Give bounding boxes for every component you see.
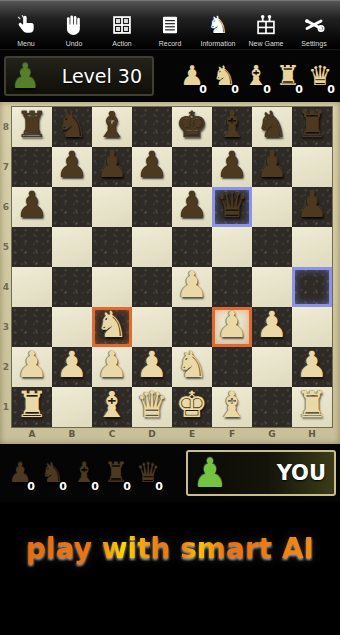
piece-white-pawn: ♟ — [16, 346, 48, 384]
piece-black-queen: ♛ — [216, 186, 248, 224]
piece-black-bishop: ♝ — [96, 106, 128, 144]
square-a3[interactable] — [12, 307, 52, 347]
square-e5[interactable] — [172, 227, 212, 267]
square-d5[interactable] — [132, 227, 172, 267]
piece-white-pawn: ♟ — [56, 346, 88, 384]
piece-black-pawn: ♟ — [16, 186, 48, 224]
hand-cursor-icon — [15, 10, 37, 40]
piece-white-pawn: ♟ — [96, 346, 128, 384]
file-label-h: H — [292, 427, 332, 444]
square-a7[interactable] — [12, 147, 52, 187]
square-c4[interactable] — [92, 267, 132, 307]
square-b2[interactable]: ♟ — [52, 347, 92, 387]
new-game-label: New Game — [248, 40, 283, 47]
square-b4[interactable] — [52, 267, 92, 307]
square-h6[interactable]: ♟ — [292, 187, 332, 227]
rank-labels: 87654321 — [0, 107, 12, 427]
square-c1[interactable]: ♝ — [92, 387, 132, 427]
square-e8[interactable]: ♚ — [172, 107, 212, 147]
square-f4[interactable] — [212, 267, 252, 307]
square-g1[interactable] — [252, 387, 292, 427]
square-h4[interactable] — [292, 267, 332, 307]
hand-palm-icon — [63, 10, 85, 40]
record-label: Record — [159, 40, 182, 47]
rank-label-7: 7 — [0, 147, 12, 187]
square-d3[interactable] — [132, 307, 172, 347]
captured-count: 0 — [199, 83, 207, 96]
square-g4[interactable] — [252, 267, 292, 307]
piece-white-pawn: ♟ — [296, 346, 328, 384]
opponent-level-box: ♟ Level 30 — [4, 56, 154, 96]
captured-count: 0 — [123, 480, 131, 493]
captured-count: 0 — [263, 83, 271, 96]
square-d6[interactable] — [132, 187, 172, 227]
board-squares: ♜♞♝♚♝♞♜♟♟♟♟♟♟♟♛♟♟♞♟♟♟♟♟♟♞♟♜♝♛♚♝♜ — [12, 107, 332, 427]
piece-black-pawn: ♟ — [56, 146, 88, 184]
square-g3[interactable]: ♟ — [252, 307, 292, 347]
piece-white-queen: ♛ — [136, 386, 168, 424]
rank-label-3: 3 — [0, 307, 12, 347]
square-h3[interactable] — [292, 307, 332, 347]
square-f3[interactable]: ♟ — [212, 307, 252, 347]
file-label-b: B — [52, 427, 92, 444]
square-c7[interactable]: ♟ — [92, 147, 132, 187]
square-c2[interactable]: ♟ — [92, 347, 132, 387]
square-e1[interactable]: ♚ — [172, 387, 212, 427]
new-game-button[interactable]: New Game — [242, 2, 290, 49]
piece-white-pawn: ♟ — [136, 346, 168, 384]
captured-black-rook: ♜0 — [100, 450, 132, 496]
square-c3[interactable]: ♞ — [92, 307, 132, 347]
square-e3[interactable] — [172, 307, 212, 347]
menu-label: Menu — [17, 40, 35, 47]
square-f2[interactable] — [212, 347, 252, 387]
piece-black-king: ♚ — [176, 106, 208, 144]
square-d1[interactable]: ♛ — [132, 387, 172, 427]
piece-white-pawn: ♟ — [216, 306, 248, 344]
captured-black-tray: ♟0♞0♝0♜0♛0 — [4, 450, 164, 496]
square-d2[interactable]: ♟ — [132, 347, 172, 387]
ad-banner: play with smart AI — [0, 502, 340, 635]
undo-button[interactable]: Undo — [50, 2, 98, 49]
square-b6[interactable] — [52, 187, 92, 227]
captured-white-tray: ♟0♞0♝0♜0♛0 — [176, 53, 336, 99]
captured-count: 0 — [59, 480, 67, 493]
square-h2[interactable]: ♟ — [292, 347, 332, 387]
square-a4[interactable] — [12, 267, 52, 307]
piece-black-knight: ♞ — [56, 106, 88, 144]
piece-white-rook: ♜ — [296, 386, 328, 424]
square-a1[interactable]: ♜ — [12, 387, 52, 427]
square-g7[interactable]: ♟ — [252, 147, 292, 187]
square-g5[interactable] — [252, 227, 292, 267]
captured-count: 0 — [27, 480, 35, 493]
captured-count: 0 — [327, 83, 335, 96]
ad-text[interactable]: play with smart AI — [26, 532, 314, 565]
square-f8[interactable]: ♝ — [212, 107, 252, 147]
piece-black-pawn: ♟ — [296, 186, 328, 224]
square-e2[interactable]: ♞ — [172, 347, 212, 387]
piece-black-knight: ♞ — [256, 106, 288, 144]
square-g8[interactable]: ♞ — [252, 107, 292, 147]
piece-white-king: ♚ — [176, 386, 208, 424]
action-label: Action — [112, 40, 131, 47]
piece-black-pawn: ♟ — [96, 146, 128, 184]
information-button[interactable]: ♞ Information — [194, 2, 242, 49]
information-label: Information — [200, 40, 235, 47]
square-e4[interactable]: ♟ — [172, 267, 212, 307]
square-c5[interactable] — [92, 227, 132, 267]
piece-black-pawn: ♟ — [136, 146, 168, 184]
square-b3[interactable] — [52, 307, 92, 347]
square-f7[interactable]: ♟ — [212, 147, 252, 187]
piece-white-pawn: ♟ — [176, 266, 208, 304]
file-label-e: E — [172, 427, 212, 444]
settings-label: Settings — [301, 40, 326, 47]
app-root: Menu Undo Action Record ♞ Information — [0, 0, 340, 635]
player-label: YOU — [228, 461, 334, 485]
square-a8[interactable]: ♜ — [12, 107, 52, 147]
captured-white-pawn: ♟0 — [176, 53, 208, 99]
rank-label-2: 2 — [0, 347, 12, 387]
square-b8[interactable]: ♞ — [52, 107, 92, 147]
captured-count: 0 — [295, 83, 303, 96]
player-green-pawn-icon: ♟ — [192, 453, 228, 493]
file-label-c: C — [92, 427, 132, 444]
square-f5[interactable] — [212, 227, 252, 267]
piece-black-bishop: ♝ — [216, 106, 248, 144]
menu-button[interactable]: Menu — [2, 2, 50, 49]
square-e7[interactable] — [172, 147, 212, 187]
action-button[interactable]: Action — [98, 2, 146, 49]
file-label-d: D — [132, 427, 172, 444]
opponent-level-label: Level 30 — [40, 65, 152, 87]
square-h8[interactable]: ♜ — [292, 107, 332, 147]
player-box: ♟ YOU — [186, 450, 336, 496]
square-a5[interactable] — [12, 227, 52, 267]
square-g6[interactable] — [252, 187, 292, 227]
square-c6[interactable] — [92, 187, 132, 227]
square-f1[interactable]: ♝ — [212, 387, 252, 427]
captured-black-bishop: ♝0 — [68, 450, 100, 496]
piece-white-pawn: ♟ — [256, 306, 288, 344]
knight-icon: ♞ — [207, 10, 229, 40]
piece-white-knight: ♞ — [96, 306, 128, 344]
square-a2[interactable]: ♟ — [12, 347, 52, 387]
document-icon — [159, 10, 181, 40]
square-d7[interactable]: ♟ — [132, 147, 172, 187]
player-statusbar: ♟0♞0♝0♜0♛0 ♟ YOU — [0, 444, 340, 502]
square-b7[interactable]: ♟ — [52, 147, 92, 187]
square-h7[interactable] — [292, 147, 332, 187]
record-button[interactable]: Record — [146, 2, 194, 49]
file-label-a: A — [12, 427, 52, 444]
rank-label-8: 8 — [0, 107, 12, 147]
chessboard-icon — [255, 10, 277, 40]
piece-white-bishop: ♝ — [96, 386, 128, 424]
square-g2[interactable] — [252, 347, 292, 387]
rank-label-1: 1 — [0, 387, 12, 427]
piece-black-rook: ♜ — [296, 106, 328, 144]
toolbar: Menu Undo Action Record ♞ Information — [0, 0, 340, 50]
piece-white-bishop: ♝ — [216, 386, 248, 424]
piece-black-rook: ♜ — [16, 106, 48, 144]
square-a6[interactable]: ♟ — [12, 187, 52, 227]
rank-label-5: 5 — [0, 227, 12, 267]
captured-black-knight: ♞0 — [36, 450, 68, 496]
file-label-g: G — [252, 427, 292, 444]
piece-white-rook: ♜ — [16, 386, 48, 424]
undo-label: Undo — [66, 40, 83, 47]
captured-count: 0 — [231, 83, 239, 96]
square-d4[interactable] — [132, 267, 172, 307]
captured-white-knight: ♞0 — [208, 53, 240, 99]
opponent-green-pawn-icon: ♟ — [10, 59, 40, 93]
file-label-f: F — [212, 427, 252, 444]
captured-count: 0 — [91, 480, 99, 493]
square-b5[interactable] — [52, 227, 92, 267]
square-f6[interactable]: ♛ — [212, 187, 252, 227]
tools-icon — [303, 10, 325, 40]
captured-count: 0 — [155, 480, 163, 493]
square-b1[interactable] — [52, 387, 92, 427]
rank-label-4: 4 — [0, 267, 12, 307]
piece-black-pawn: ♟ — [256, 146, 288, 184]
captured-white-rook: ♜0 — [272, 53, 304, 99]
piece-white-knight: ♞ — [176, 346, 208, 384]
piece-black-pawn: ♟ — [176, 186, 208, 224]
chess-board: 87654321 ♜♞♝♚♝♞♜♟♟♟♟♟♟♟♛♟♟♞♟♟♟♟♟♟♞♟♜♝♛♚♝… — [0, 102, 340, 444]
captured-black-queen: ♛0 — [132, 450, 164, 496]
file-labels: ABCDEFGH — [12, 427, 332, 444]
captured-black-pawn: ♟0 — [4, 450, 36, 496]
rank-label-6: 6 — [0, 187, 12, 227]
square-c8[interactable]: ♝ — [92, 107, 132, 147]
window-grid-icon — [111, 10, 133, 40]
opponent-statusbar: ♟ Level 30 ♟0♞0♝0♜0♛0 — [0, 50, 340, 102]
square-e6[interactable]: ♟ — [172, 187, 212, 227]
square-h5[interactable] — [292, 227, 332, 267]
square-h1[interactable]: ♜ — [292, 387, 332, 427]
piece-black-pawn: ♟ — [216, 146, 248, 184]
settings-button[interactable]: Settings — [290, 2, 338, 49]
square-d8[interactable] — [132, 107, 172, 147]
captured-white-queen: ♛0 — [304, 53, 336, 99]
captured-white-bishop: ♝0 — [240, 53, 272, 99]
